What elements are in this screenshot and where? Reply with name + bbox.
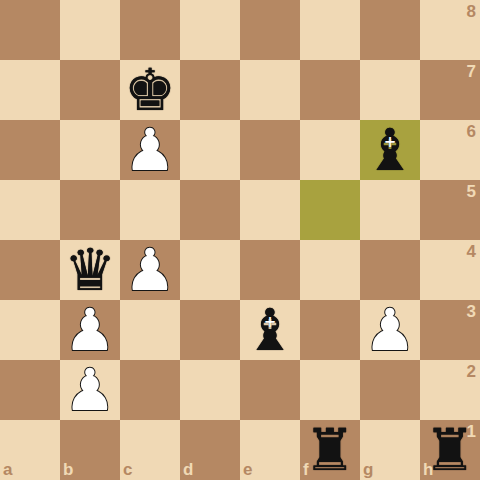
file-label-c: c: [123, 461, 132, 478]
square-b7[interactable]: [60, 60, 120, 120]
square-d2[interactable]: [180, 360, 240, 420]
square-g3[interactable]: ♟: [360, 300, 420, 360]
rank-label-4: 4: [467, 243, 476, 260]
piece-black-king-c7[interactable]: ♚: [120, 60, 180, 120]
square-h8[interactable]: 8: [420, 0, 480, 60]
square-g4[interactable]: [360, 240, 420, 300]
piece-black-rook-f1[interactable]: ♜: [300, 420, 360, 480]
square-d1[interactable]: d: [180, 420, 240, 480]
piece-black-bishop-e3[interactable]: ♝+: [240, 300, 300, 360]
chess-board: 8♚7♟♝+65♛♟4♟♝+♟3♟2abcdef♜g1h♜: [0, 0, 480, 480]
square-e8[interactable]: [240, 0, 300, 60]
square-h2[interactable]: 2: [420, 360, 480, 420]
bishop-cross-detail: +: [264, 315, 277, 330]
square-e6[interactable]: [240, 120, 300, 180]
square-e5[interactable]: [240, 180, 300, 240]
square-a3[interactable]: [0, 300, 60, 360]
square-h7[interactable]: 7: [420, 60, 480, 120]
square-g6[interactable]: ♝+: [360, 120, 420, 180]
square-b5[interactable]: [60, 180, 120, 240]
piece-black-bishop-g6[interactable]: ♝+: [360, 120, 420, 180]
file-label-g: g: [363, 461, 373, 478]
piece-white-pawn-b2[interactable]: ♟: [60, 360, 120, 420]
rank-label-6: 6: [467, 123, 476, 140]
file-label-b: b: [63, 461, 73, 478]
square-c6[interactable]: ♟: [120, 120, 180, 180]
square-g7[interactable]: [360, 60, 420, 120]
square-a2[interactable]: [0, 360, 60, 420]
file-label-e: e: [243, 461, 252, 478]
square-b2[interactable]: ♟: [60, 360, 120, 420]
bishop-cross-detail: +: [384, 135, 397, 150]
square-e2[interactable]: [240, 360, 300, 420]
file-label-a: a: [3, 461, 12, 478]
square-e4[interactable]: [240, 240, 300, 300]
square-a4[interactable]: [0, 240, 60, 300]
square-c1[interactable]: c: [120, 420, 180, 480]
square-g2[interactable]: [360, 360, 420, 420]
square-g1[interactable]: g: [360, 420, 420, 480]
square-c5[interactable]: [120, 180, 180, 240]
square-f8[interactable]: [300, 0, 360, 60]
square-d8[interactable]: [180, 0, 240, 60]
square-e7[interactable]: [240, 60, 300, 120]
piece-white-pawn-c4[interactable]: ♟: [120, 240, 180, 300]
square-h3[interactable]: 3: [420, 300, 480, 360]
rank-label-5: 5: [467, 183, 476, 200]
square-f2[interactable]: [300, 360, 360, 420]
square-c2[interactable]: [120, 360, 180, 420]
piece-black-rook-h1[interactable]: ♜: [420, 420, 480, 480]
square-a7[interactable]: [0, 60, 60, 120]
square-b4[interactable]: ♛: [60, 240, 120, 300]
square-a6[interactable]: [0, 120, 60, 180]
square-b6[interactable]: [60, 120, 120, 180]
piece-black-queen-b4[interactable]: ♛: [60, 240, 120, 300]
square-f6[interactable]: [300, 120, 360, 180]
file-label-d: d: [183, 461, 193, 478]
square-f3[interactable]: [300, 300, 360, 360]
square-e1[interactable]: e: [240, 420, 300, 480]
rank-label-8: 8: [467, 3, 476, 20]
square-d4[interactable]: [180, 240, 240, 300]
piece-white-pawn-c6[interactable]: ♟: [120, 120, 180, 180]
square-d3[interactable]: [180, 300, 240, 360]
square-c8[interactable]: [120, 0, 180, 60]
square-h5[interactable]: 5: [420, 180, 480, 240]
square-h1[interactable]: 1h♜: [420, 420, 480, 480]
square-f5[interactable]: [300, 180, 360, 240]
square-h6[interactable]: 6: [420, 120, 480, 180]
square-f1[interactable]: f♜: [300, 420, 360, 480]
square-a8[interactable]: [0, 0, 60, 60]
square-f4[interactable]: [300, 240, 360, 300]
square-c3[interactable]: [120, 300, 180, 360]
square-c7[interactable]: ♚: [120, 60, 180, 120]
square-a1[interactable]: a: [0, 420, 60, 480]
square-e3[interactable]: ♝+: [240, 300, 300, 360]
rank-label-2: 2: [467, 363, 476, 380]
square-a5[interactable]: [0, 180, 60, 240]
square-d6[interactable]: [180, 120, 240, 180]
rank-label-7: 7: [467, 63, 476, 80]
square-g8[interactable]: [360, 0, 420, 60]
square-h4[interactable]: 4: [420, 240, 480, 300]
rank-label-3: 3: [467, 303, 476, 320]
square-d7[interactable]: [180, 60, 240, 120]
square-b1[interactable]: b: [60, 420, 120, 480]
square-d5[interactable]: [180, 180, 240, 240]
square-g5[interactable]: [360, 180, 420, 240]
square-b8[interactable]: [60, 0, 120, 60]
piece-white-pawn-g3[interactable]: ♟: [360, 300, 420, 360]
square-c4[interactable]: ♟: [120, 240, 180, 300]
square-b3[interactable]: ♟: [60, 300, 120, 360]
piece-white-pawn-b3[interactable]: ♟: [60, 300, 120, 360]
square-f7[interactable]: [300, 60, 360, 120]
